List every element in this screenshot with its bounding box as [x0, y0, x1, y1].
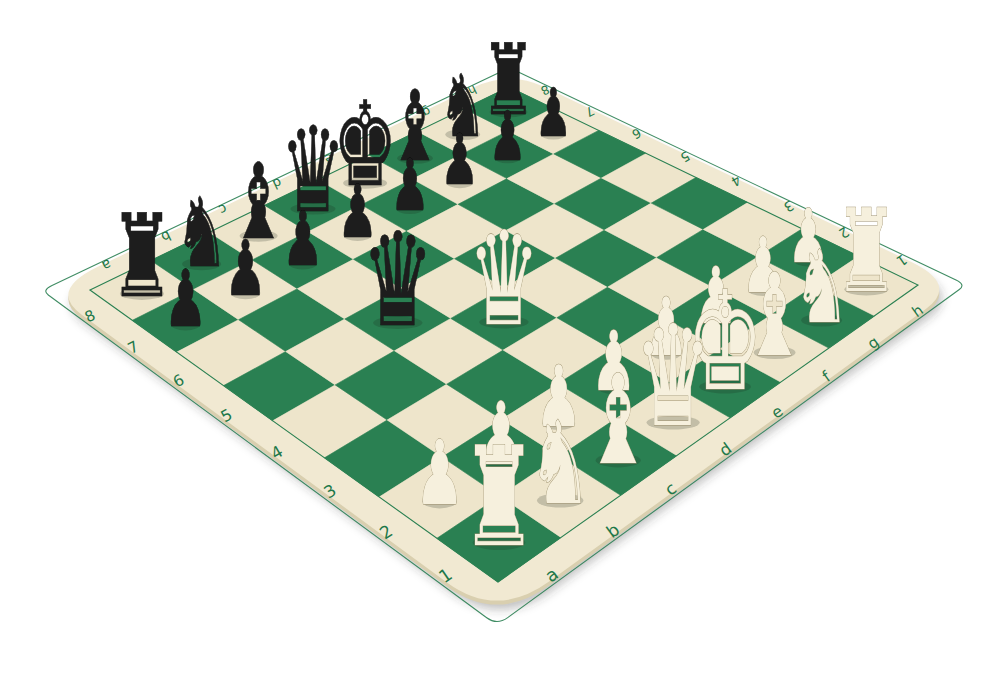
piece-black-pawn-b7[interactable]: ♟ — [224, 224, 267, 313]
pieces-layer: ♜♟♞♟♝♟♚♟♛♟♝♟♟♞♜♟♟♜♞♟♛♛♟♝♟♚♟♛♟♝♟♞♟♜ — [110, 22, 898, 577]
piece-black-queen-c5[interactable]: ♛ — [362, 205, 434, 355]
piece-white-queen-d4[interactable]: ♛ — [468, 204, 540, 354]
piece-white-bishop-c1[interactable]: ♝ — [584, 347, 653, 491]
piece-black-pawn-c7[interactable]: ♟ — [282, 196, 324, 284]
chess-set-product-photo: aa11bb22cc33dd44ee55ff66gg77hh88♜♟♞♟♝♟♚♟… — [0, 0, 1000, 700]
piece-black-pawn-h7[interactable]: ♟ — [535, 73, 572, 151]
piece-white-pawn-a2[interactable]: ♟ — [415, 421, 465, 526]
piece-black-pawn-g7[interactable]: ♟ — [488, 96, 526, 175]
piece-white-rook-a1[interactable]: ♜ — [461, 416, 538, 577]
chess-board: aa11bb22cc33dd44ee55ff66gg77hh88♜♟♞♟♝♟♚♟… — [0, 0, 1000, 700]
piece-black-pawn-a7[interactable]: ♟ — [164, 253, 208, 344]
piece-white-knight-b1[interactable]: ♞ — [528, 396, 592, 531]
piece-black-pawn-f7[interactable]: ♟ — [440, 119, 479, 201]
